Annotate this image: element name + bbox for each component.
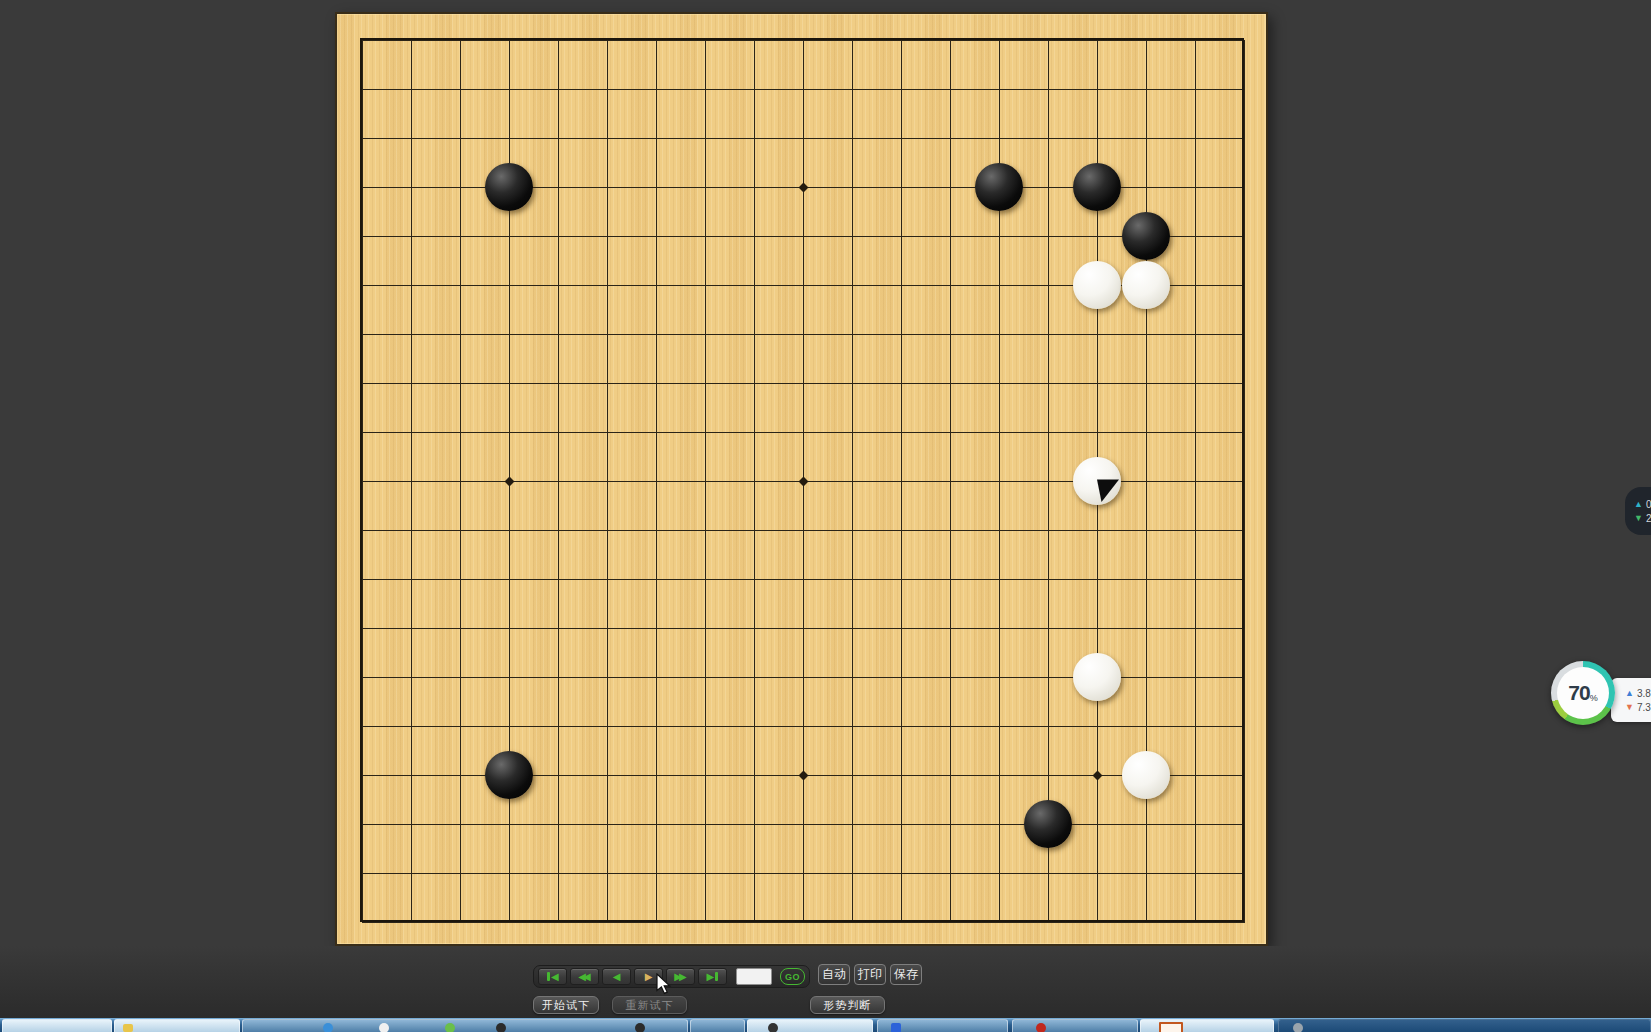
board-intersection[interactable] [730, 506, 779, 555]
board-intersection[interactable] [1024, 65, 1073, 114]
board-intersection[interactable] [681, 702, 730, 751]
board-intersection[interactable] [730, 702, 779, 751]
board-intersection[interactable] [1024, 163, 1073, 212]
board-intersection[interactable] [534, 310, 583, 359]
taskbar-button[interactable] [114, 1019, 240, 1032]
board-intersection[interactable] [975, 310, 1024, 359]
board-intersection[interactable] [730, 751, 779, 800]
board-intersection[interactable] [485, 65, 534, 114]
board-intersection[interactable] [387, 310, 436, 359]
board-intersection[interactable] [730, 457, 779, 506]
board-intersection[interactable] [485, 653, 534, 702]
board-intersection[interactable] [877, 800, 926, 849]
board-intersection[interactable] [926, 604, 975, 653]
board-intersection[interactable] [1122, 65, 1171, 114]
board-intersection[interactable] [583, 751, 632, 800]
board-intersection[interactable] [975, 751, 1024, 800]
taskbar-button[interactable] [1140, 1019, 1274, 1032]
board-intersection[interactable] [583, 604, 632, 653]
board-intersection[interactable] [1220, 702, 1269, 751]
board-intersection[interactable] [1220, 16, 1269, 65]
board-intersection[interactable] [338, 114, 387, 163]
taskbar-button[interactable] [2, 1019, 112, 1032]
board-intersection[interactable] [730, 849, 779, 898]
board-intersection[interactable] [436, 898, 485, 947]
board-intersection[interactable] [1220, 261, 1269, 310]
board-intersection[interactable] [730, 163, 779, 212]
save-button[interactable]: 保存 [890, 964, 922, 985]
board-intersection[interactable] [1073, 408, 1122, 457]
board-intersection[interactable] [877, 16, 926, 65]
board-intersection[interactable] [1171, 555, 1220, 604]
board-intersection[interactable] [436, 702, 485, 751]
board-intersection[interactable] [681, 359, 730, 408]
board-intersection[interactable] [387, 653, 436, 702]
board-intersection[interactable] [681, 653, 730, 702]
board-intersection[interactable] [583, 163, 632, 212]
board-intersection[interactable] [975, 261, 1024, 310]
board-intersection[interactable] [975, 212, 1024, 261]
board-intersection[interactable] [1220, 751, 1269, 800]
board-intersection[interactable] [1171, 408, 1220, 457]
board-intersection[interactable] [485, 849, 534, 898]
board-intersection[interactable] [1220, 604, 1269, 653]
board-intersection[interactable] [583, 506, 632, 555]
board-intersection[interactable] [681, 457, 730, 506]
board-intersection[interactable] [485, 555, 534, 604]
board-intersection[interactable] [975, 702, 1024, 751]
board-intersection[interactable] [1220, 310, 1269, 359]
board-intersection[interactable] [534, 702, 583, 751]
board-intersection[interactable] [436, 653, 485, 702]
board-intersection[interactable] [877, 163, 926, 212]
board-intersection[interactable] [632, 898, 681, 947]
board-intersection[interactable] [877, 359, 926, 408]
board-intersection[interactable] [828, 898, 877, 947]
board-intersection[interactable] [926, 163, 975, 212]
board-intersection[interactable] [730, 555, 779, 604]
taskbar-button[interactable] [1278, 1019, 1651, 1032]
board-intersection[interactable] [1220, 163, 1269, 212]
board-intersection[interactable] [632, 457, 681, 506]
board-intersection[interactable] [583, 408, 632, 457]
board-intersection[interactable] [1171, 457, 1220, 506]
board-intersection[interactable] [583, 212, 632, 261]
board-intersection[interactable] [730, 261, 779, 310]
board-intersection[interactable] [436, 457, 485, 506]
board-intersection[interactable] [779, 506, 828, 555]
fast-back-button[interactable]: ◀◀ [570, 968, 599, 985]
board-intersection[interactable] [1024, 751, 1073, 800]
board-intersection[interactable] [926, 457, 975, 506]
judge-position-button[interactable]: 形势判断 [810, 996, 885, 1014]
board-intersection[interactable] [387, 555, 436, 604]
board-intersection[interactable] [1220, 65, 1269, 114]
board-intersection[interactable] [1171, 261, 1220, 310]
board-intersection[interactable] [681, 898, 730, 947]
board-intersection[interactable] [632, 359, 681, 408]
board-intersection[interactable] [926, 555, 975, 604]
board-intersection[interactable] [926, 898, 975, 947]
board-intersection[interactable] [436, 800, 485, 849]
board-intersection[interactable] [387, 457, 436, 506]
taskbar-button[interactable] [747, 1019, 873, 1032]
board-intersection[interactable] [632, 653, 681, 702]
board-intersection[interactable] [681, 555, 730, 604]
board-intersection[interactable] [828, 555, 877, 604]
board-intersection[interactable] [779, 359, 828, 408]
board-intersection[interactable] [877, 702, 926, 751]
board-intersection[interactable] [828, 16, 877, 65]
board-intersection[interactable] [1073, 506, 1122, 555]
board-intersection[interactable] [534, 65, 583, 114]
board-intersection[interactable] [975, 653, 1024, 702]
board-intersection[interactable] [975, 604, 1024, 653]
board-intersection[interactable] [1171, 65, 1220, 114]
board-intersection[interactable] [632, 408, 681, 457]
board-intersection[interactable] [436, 310, 485, 359]
board-intersection[interactable] [387, 702, 436, 751]
board-intersection[interactable] [730, 408, 779, 457]
board-intersection[interactable] [436, 65, 485, 114]
board-intersection[interactable] [1024, 604, 1073, 653]
board-intersection[interactable] [338, 604, 387, 653]
board-intersection[interactable] [338, 751, 387, 800]
board-intersection[interactable] [681, 65, 730, 114]
board-intersection[interactable] [1220, 114, 1269, 163]
board-intersection[interactable] [779, 212, 828, 261]
board-intersection[interactable] [485, 800, 534, 849]
board-intersection[interactable] [1024, 849, 1073, 898]
board-intersection[interactable] [779, 114, 828, 163]
board-intersection[interactable] [681, 212, 730, 261]
board-intersection[interactable] [632, 261, 681, 310]
board-intersection[interactable] [534, 212, 583, 261]
board-intersection[interactable] [1171, 800, 1220, 849]
board-intersection[interactable] [632, 16, 681, 65]
board-intersection[interactable] [926, 310, 975, 359]
board-intersection[interactable] [338, 212, 387, 261]
board-intersection[interactable] [1171, 506, 1220, 555]
board-intersection[interactable] [779, 604, 828, 653]
board-intersection[interactable] [681, 800, 730, 849]
board-intersection[interactable] [779, 555, 828, 604]
board-intersection[interactable] [877, 751, 926, 800]
step-back-button[interactable]: ◀ [602, 968, 631, 985]
board-intersection[interactable] [632, 849, 681, 898]
board-intersection[interactable] [1220, 849, 1269, 898]
board-intersection[interactable] [681, 751, 730, 800]
board-intersection[interactable] [1122, 408, 1171, 457]
board-intersection[interactable] [681, 163, 730, 212]
board-intersection[interactable] [1024, 702, 1073, 751]
board-intersection[interactable] [436, 163, 485, 212]
board-intersection[interactable] [828, 457, 877, 506]
board-intersection[interactable] [730, 212, 779, 261]
board-intersection[interactable] [338, 65, 387, 114]
board-intersection[interactable] [534, 800, 583, 849]
board-intersection[interactable] [1220, 408, 1269, 457]
board-intersection[interactable] [1073, 359, 1122, 408]
windows-taskbar[interactable] [0, 1018, 1651, 1032]
board-intersection[interactable] [1024, 555, 1073, 604]
board-intersection[interactable] [436, 359, 485, 408]
board-intersection[interactable] [485, 898, 534, 947]
board-intersection[interactable] [681, 506, 730, 555]
board-intersection[interactable] [1073, 310, 1122, 359]
board-intersection[interactable] [1073, 555, 1122, 604]
start-trial-button[interactable]: 开始试下 [533, 996, 599, 1014]
board-intersection[interactable] [1220, 800, 1269, 849]
board-intersection[interactable] [534, 359, 583, 408]
board-intersection[interactable] [1122, 555, 1171, 604]
board-intersection[interactable] [877, 408, 926, 457]
board-intersection[interactable] [1171, 751, 1220, 800]
board-intersection[interactable] [387, 898, 436, 947]
board-intersection[interactable] [534, 555, 583, 604]
board-intersection[interactable] [436, 555, 485, 604]
board-intersection[interactable] [338, 702, 387, 751]
board-intersection[interactable] [779, 898, 828, 947]
board-intersection[interactable] [387, 506, 436, 555]
fast-forward-button[interactable]: ▶▶ [666, 968, 695, 985]
board-intersection[interactable] [387, 163, 436, 212]
board-intersection[interactable] [779, 16, 828, 65]
board-intersection[interactable] [730, 604, 779, 653]
board-intersection[interactable] [534, 751, 583, 800]
board-intersection[interactable] [534, 261, 583, 310]
board-intersection[interactable] [828, 751, 877, 800]
board-intersection[interactable] [926, 800, 975, 849]
board-intersection[interactable] [681, 849, 730, 898]
board-intersection[interactable] [387, 212, 436, 261]
board-intersection[interactable] [632, 604, 681, 653]
board-intersection[interactable] [436, 408, 485, 457]
board-intersection[interactable] [1073, 16, 1122, 65]
board-intersection[interactable] [583, 800, 632, 849]
board-intersection[interactable] [877, 457, 926, 506]
board-intersection[interactable] [975, 359, 1024, 408]
board-intersection[interactable] [1073, 114, 1122, 163]
board-intersection[interactable] [828, 653, 877, 702]
board-intersection[interactable] [436, 212, 485, 261]
board-intersection[interactable] [338, 506, 387, 555]
board-intersection[interactable] [632, 163, 681, 212]
board-intersection[interactable] [1171, 114, 1220, 163]
board-intersection[interactable] [926, 212, 975, 261]
board-intersection[interactable] [534, 506, 583, 555]
board-intersection[interactable] [632, 800, 681, 849]
board-intersection[interactable] [926, 16, 975, 65]
board-intersection[interactable] [1220, 653, 1269, 702]
board-intersection[interactable] [926, 261, 975, 310]
board-intersection[interactable] [338, 359, 387, 408]
skip-to-start-button[interactable]: ◀ [538, 968, 567, 985]
board-intersection[interactable] [485, 212, 534, 261]
redo-trial-button[interactable]: 重新试下 [612, 996, 687, 1014]
taskbar-button[interactable] [1012, 1019, 1138, 1032]
board-intersection[interactable] [779, 702, 828, 751]
board-intersection[interactable] [1073, 849, 1122, 898]
board-intersection[interactable] [436, 751, 485, 800]
board-intersection[interactable] [485, 16, 534, 65]
board-intersection[interactable] [828, 114, 877, 163]
board-intersection[interactable] [877, 261, 926, 310]
board-intersection[interactable] [534, 163, 583, 212]
board-intersection[interactable] [1122, 16, 1171, 65]
board-intersection[interactable] [387, 114, 436, 163]
board-intersection[interactable] [975, 457, 1024, 506]
board-intersection[interactable] [681, 114, 730, 163]
board-intersection[interactable] [1024, 310, 1073, 359]
board-intersection[interactable] [1122, 849, 1171, 898]
board-intersection[interactable] [583, 457, 632, 506]
board-intersection[interactable] [730, 310, 779, 359]
board-intersection[interactable] [1220, 898, 1269, 947]
board-intersection[interactable] [583, 114, 632, 163]
board-intersection[interactable] [877, 114, 926, 163]
board-intersection[interactable] [583, 65, 632, 114]
board-intersection[interactable] [387, 800, 436, 849]
board-intersection[interactable] [975, 898, 1024, 947]
board-intersection[interactable] [1122, 457, 1171, 506]
board-intersection[interactable] [1122, 114, 1171, 163]
board-intersection[interactable] [387, 261, 436, 310]
board-intersection[interactable] [828, 359, 877, 408]
board-intersection[interactable] [387, 16, 436, 65]
board-intersection[interactable] [338, 163, 387, 212]
board-intersection[interactable] [975, 65, 1024, 114]
board-intersection[interactable] [730, 898, 779, 947]
board-intersection[interactable] [1024, 212, 1073, 261]
board-intersection[interactable] [1220, 457, 1269, 506]
board-intersection[interactable] [1122, 653, 1171, 702]
board-intersection[interactable] [975, 555, 1024, 604]
board-intersection[interactable] [583, 16, 632, 65]
board-intersection[interactable] [926, 408, 975, 457]
board-intersection[interactable] [828, 506, 877, 555]
go-button[interactable]: GO [780, 968, 805, 985]
board-intersection[interactable] [534, 898, 583, 947]
board-intersection[interactable] [1122, 310, 1171, 359]
board-intersection[interactable] [1220, 506, 1269, 555]
board-intersection[interactable] [436, 261, 485, 310]
board-intersection[interactable] [828, 261, 877, 310]
board-intersection[interactable] [485, 114, 534, 163]
board-intersection[interactable] [1171, 163, 1220, 212]
board-intersection[interactable] [436, 506, 485, 555]
board-intersection[interactable] [632, 555, 681, 604]
board-intersection[interactable] [1220, 212, 1269, 261]
board-intersection[interactable] [828, 310, 877, 359]
board-intersection[interactable] [1024, 359, 1073, 408]
board-intersection[interactable] [436, 849, 485, 898]
board-intersection[interactable] [779, 261, 828, 310]
board-intersection[interactable] [975, 408, 1024, 457]
board-intersection[interactable] [338, 555, 387, 604]
board-intersection[interactable] [779, 800, 828, 849]
auto-button[interactable]: 自动 [818, 964, 850, 985]
board-intersection[interactable] [338, 849, 387, 898]
board-intersection[interactable] [387, 65, 436, 114]
board-intersection[interactable] [534, 16, 583, 65]
board-intersection[interactable] [1220, 555, 1269, 604]
board-intersection[interactable] [632, 751, 681, 800]
board-intersection[interactable] [779, 65, 828, 114]
board-intersection[interactable] [583, 261, 632, 310]
board-intersection[interactable] [1073, 604, 1122, 653]
board-intersection[interactable] [632, 65, 681, 114]
board-intersection[interactable] [877, 310, 926, 359]
board-intersection[interactable] [877, 506, 926, 555]
board-intersection[interactable] [485, 408, 534, 457]
board-intersection[interactable] [975, 849, 1024, 898]
move-number-input[interactable] [736, 968, 772, 985]
board-intersection[interactable] [730, 114, 779, 163]
taskbar-button[interactable] [242, 1019, 688, 1032]
go-board[interactable] [335, 12, 1268, 946]
board-intersection[interactable] [338, 457, 387, 506]
board-intersection[interactable] [1024, 114, 1073, 163]
board-intersection[interactable] [975, 16, 1024, 65]
board-intersection[interactable] [583, 702, 632, 751]
board-intersection[interactable] [1024, 506, 1073, 555]
board-intersection[interactable] [534, 457, 583, 506]
board-intersection[interactable] [1171, 849, 1220, 898]
board-intersection[interactable] [485, 359, 534, 408]
board-intersection[interactable] [485, 310, 534, 359]
board-intersection[interactable] [387, 849, 436, 898]
board-intersection[interactable] [338, 261, 387, 310]
board-intersection[interactable] [387, 751, 436, 800]
board-intersection[interactable] [1024, 653, 1073, 702]
board-intersection[interactable] [926, 849, 975, 898]
board-intersection[interactable] [877, 604, 926, 653]
board-intersection[interactable] [681, 261, 730, 310]
board-intersection[interactable] [632, 702, 681, 751]
board-intersection[interactable] [828, 408, 877, 457]
board-intersection[interactable] [1024, 898, 1073, 947]
board-intersection[interactable] [681, 16, 730, 65]
board-intersection[interactable] [681, 604, 730, 653]
board-intersection[interactable] [926, 751, 975, 800]
board-intersection[interactable] [1220, 359, 1269, 408]
board-intersection[interactable] [1171, 702, 1220, 751]
board-intersection[interactable] [779, 310, 828, 359]
board-intersection[interactable] [583, 898, 632, 947]
board-intersection[interactable] [877, 555, 926, 604]
board-intersection[interactable] [681, 310, 730, 359]
board-intersection[interactable] [926, 653, 975, 702]
board-intersection[interactable] [485, 604, 534, 653]
board-intersection[interactable] [1122, 604, 1171, 653]
board-intersection[interactable] [534, 604, 583, 653]
board-intersection[interactable] [338, 653, 387, 702]
board-intersection[interactable] [730, 653, 779, 702]
board-intersection[interactable] [877, 898, 926, 947]
board-intersection[interactable] [1073, 898, 1122, 947]
board-intersection[interactable] [975, 800, 1024, 849]
board-intersection[interactable] [338, 800, 387, 849]
board-intersection[interactable] [583, 555, 632, 604]
board-intersection[interactable] [926, 359, 975, 408]
board-intersection[interactable] [730, 65, 779, 114]
board-intersection[interactable] [583, 653, 632, 702]
board-intersection[interactable] [632, 212, 681, 261]
board-intersection[interactable] [1073, 212, 1122, 261]
board-intersection[interactable] [1122, 898, 1171, 947]
board-intersection[interactable] [975, 114, 1024, 163]
